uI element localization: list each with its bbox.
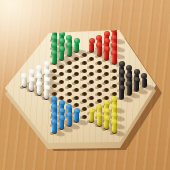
hole-c10-7[interactable] (97, 99, 102, 103)
hole-c7-4[interactable] (74, 80, 79, 84)
peg-green-c5-2[interactable] (58, 46, 66, 61)
hole-c11-3[interactable] (104, 65, 109, 69)
hole-c7-3[interactable] (74, 72, 79, 76)
hole-c10-5[interactable] (97, 84, 102, 88)
black-peg-body (142, 78, 147, 88)
hole-c6-6[interactable] (67, 92, 72, 96)
hole-c9-4[interactable] (89, 80, 94, 84)
hole-c11-4[interactable] (104, 72, 109, 76)
hole-c8-3[interactable] (82, 76, 87, 80)
green-peg-head (51, 27, 57, 33)
hole-c9-1[interactable] (89, 57, 94, 61)
peg-green-c7-0[interactable] (73, 38, 81, 53)
hole-c6-3[interactable] (67, 69, 72, 73)
yellow-peg-body (112, 124, 117, 134)
yellow-peg-body (97, 116, 102, 126)
peg-green-c6-1[interactable] (65, 42, 73, 57)
peg-blue-c7-9[interactable] (73, 108, 81, 123)
hole-c11-5[interactable] (104, 80, 109, 84)
black-peg-body (127, 85, 132, 95)
hole-c9-5[interactable] (89, 88, 94, 92)
blue-peg-body (67, 116, 72, 126)
hole-c10-4[interactable] (97, 76, 102, 80)
red-peg-body (112, 54, 117, 64)
black-peg-body (119, 89, 124, 99)
hole-c8-6[interactable] (82, 99, 87, 103)
yellow-peg-body (89, 112, 94, 122)
black-peg-body (134, 81, 139, 91)
hole-c8-1[interactable] (82, 61, 87, 65)
hole-c5-4[interactable] (59, 72, 64, 76)
hole-c12-4[interactable] (112, 69, 117, 73)
hole-c8-2[interactable] (82, 69, 87, 73)
hole-c7-6[interactable] (74, 96, 79, 100)
hole-c6-5[interactable] (67, 84, 72, 88)
green-peg-body (59, 51, 64, 61)
peg-black-c16-0[interactable] (140, 73, 148, 88)
peg-black-c13-3[interactable] (118, 85, 126, 100)
hole-c9-6[interactable] (89, 96, 94, 100)
hole-c7-5[interactable] (74, 88, 79, 92)
hole-c12-5[interactable] (112, 76, 117, 80)
hole-c6-4[interactable] (67, 76, 72, 80)
green-peg-body (74, 43, 79, 53)
hole-c10-6[interactable] (97, 92, 102, 96)
white-peg-body (44, 89, 49, 99)
hole-c11-7[interactable] (104, 96, 109, 100)
hole-c7-7[interactable] (74, 103, 79, 107)
blue-peg-body (59, 120, 64, 130)
peg-blue-c5-11[interactable] (58, 115, 66, 130)
hole-c4-4[interactable] (52, 69, 57, 73)
hole-c9-7[interactable] (89, 103, 94, 107)
red-peg-body (89, 43, 94, 53)
hole-c8-4[interactable] (82, 84, 87, 88)
hole-c8-8[interactable] (82, 115, 87, 119)
blue-peg-body (52, 124, 57, 134)
yellow-peg-body (104, 120, 109, 130)
hole-c10-3[interactable] (97, 69, 102, 73)
green-peg-body (67, 47, 72, 57)
hole-c10-2[interactable] (97, 61, 102, 65)
hole-c6-7[interactable] (67, 99, 72, 103)
peg-black-c15-1[interactable] (133, 77, 141, 92)
hole-c12-7[interactable] (112, 92, 117, 96)
white-peg-body (22, 78, 27, 88)
red-peg-body (104, 51, 109, 61)
hole-c7-2[interactable] (74, 65, 79, 69)
hole-c11-6[interactable] (104, 88, 109, 92)
hole-c9-2[interactable] (89, 65, 94, 69)
peg-blue-c4-12[interactable] (50, 119, 58, 134)
hole-c8-7[interactable] (82, 107, 87, 111)
hole-c5-7[interactable] (59, 96, 64, 100)
hole-c8-5[interactable] (82, 92, 87, 96)
peg-green-c4-3[interactable] (50, 50, 58, 65)
white-peg-body (29, 81, 34, 91)
peg-yellow-c12-12[interactable] (110, 119, 118, 134)
hole-c5-5[interactable] (59, 80, 64, 84)
white-peg-body (37, 85, 42, 95)
hole-c5-6[interactable] (59, 88, 64, 92)
peg-black-c14-2[interactable] (125, 81, 133, 96)
hole-c12-6[interactable] (112, 84, 117, 88)
red-peg-body (97, 47, 102, 57)
table-surface (0, 0, 170, 170)
green-peg-body (52, 54, 57, 64)
peg-blue-c6-10[interactable] (65, 112, 73, 127)
hole-c9-3[interactable] (89, 72, 94, 76)
blue-peg-body (74, 112, 79, 122)
